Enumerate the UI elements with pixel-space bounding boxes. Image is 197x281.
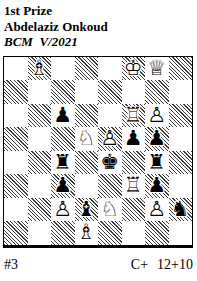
square-c8 <box>51 57 75 81</box>
square-f5: ♟ <box>122 127 146 151</box>
square-g7 <box>145 80 169 104</box>
glyph-outline: ♗ <box>28 57 52 81</box>
square-e8 <box>98 57 122 81</box>
square-g6: ♟♙ <box>145 104 169 128</box>
square-e1 <box>98 221 122 245</box>
source-line: BCM V/2021 <box>4 34 197 50</box>
piece-black-pawn: ♟ <box>145 174 169 198</box>
glyph-outline: ♘ <box>75 127 99 151</box>
piece-black-knight: ♞ <box>169 198 193 222</box>
square-e5: ♟♙ <box>98 127 122 151</box>
glyph-outline: ♖ <box>122 104 146 128</box>
square-c7 <box>51 80 75 104</box>
glyph-outline: ♔ <box>122 57 146 81</box>
square-f2 <box>122 198 146 222</box>
piece-black-pawn: ♟ <box>51 174 75 198</box>
piece-black-king: ♚ <box>98 151 122 175</box>
square-h6 <box>169 104 193 128</box>
square-b3 <box>28 174 52 198</box>
square-d8 <box>75 57 99 81</box>
glyph-outline: ♕ <box>145 57 169 81</box>
piece-white-pawn: ♟♙ <box>145 198 169 222</box>
piece-white-pawn: ♟♙ <box>51 198 75 222</box>
square-f7 <box>122 80 146 104</box>
square-a2 <box>4 198 28 222</box>
glyph-fill: ♟ <box>51 104 75 128</box>
glyph-outline: ♙ <box>51 198 75 222</box>
piece-black-pawn: ♟ <box>145 127 169 151</box>
prize-line: 1st Prize <box>4 3 197 19</box>
square-b2 <box>28 198 52 222</box>
glyph-fill: ♚ <box>98 151 122 175</box>
square-f8: ♚♔ <box>122 57 146 81</box>
square-g1 <box>145 221 169 245</box>
square-c4: ♜ <box>51 151 75 175</box>
square-f6: ♜♖ <box>122 104 146 128</box>
square-f4 <box>122 151 146 175</box>
piece-white-king: ♚♔ <box>122 57 146 81</box>
glyph-outline: ♙ <box>98 127 122 151</box>
square-d6 <box>75 104 99 128</box>
square-h4 <box>169 151 193 175</box>
square-e6 <box>98 104 122 128</box>
square-b1 <box>28 221 52 245</box>
problem-footer: #3 C+ 12+10 <box>3 257 193 273</box>
square-h3 <box>169 174 193 198</box>
piece-white-bishop: ♝♗ <box>75 221 99 245</box>
piece-white-pawn: ♟♙ <box>98 127 122 151</box>
square-b8: ♝♗ <box>28 57 52 81</box>
piece-black-pawn: ♟ <box>51 104 75 128</box>
piece-white-rook: ♜♖ <box>122 104 146 128</box>
square-e4: ♚ <box>98 151 122 175</box>
square-d4 <box>75 151 99 175</box>
piece-black-rook: ♜ <box>51 151 75 175</box>
square-f1 <box>122 221 146 245</box>
square-a5 <box>4 127 28 151</box>
square-g2: ♟♙ <box>145 198 169 222</box>
square-b6 <box>28 104 52 128</box>
square-c1 <box>51 221 75 245</box>
piece-white-rook: ♜♖ <box>122 174 146 198</box>
square-e3 <box>98 174 122 198</box>
square-c2: ♟♙ <box>51 198 75 222</box>
author-name: Abdelaziz Onkoud <box>4 19 197 35</box>
piece-white-queen: ♛♕ <box>145 57 169 81</box>
piece-black-bishop: ♝ <box>75 198 99 222</box>
glyph-fill: ♞ <box>169 198 193 222</box>
square-a1 <box>4 221 28 245</box>
square-c5 <box>51 127 75 151</box>
glyph-fill: ♜ <box>145 151 169 175</box>
material-count: 12+10 <box>157 257 193 273</box>
square-d7 <box>75 80 99 104</box>
glyph-outline: ♖ <box>122 174 146 198</box>
square-d5: ♞♘ <box>75 127 99 151</box>
square-h8 <box>169 57 193 81</box>
glyph-fill: ♟ <box>51 174 75 198</box>
square-d1: ♝♗ <box>75 221 99 245</box>
problem-diagram-page: 1st Prize Abdelaziz Onkoud BCM V/2021 ♝♗… <box>0 0 197 273</box>
square-b4 <box>28 151 52 175</box>
square-d2: ♝ <box>75 198 99 222</box>
piece-black-rook: ♜ <box>145 151 169 175</box>
square-h1 <box>169 221 193 245</box>
glyph-outline: ♗ <box>75 221 99 245</box>
piece-white-knight: ♞♘ <box>75 127 99 151</box>
square-e2: ♞♘ <box>98 198 122 222</box>
square-g5: ♟ <box>145 127 169 151</box>
glyph-fill: ♜ <box>51 151 75 175</box>
square-f3: ♜♖ <box>122 174 146 198</box>
square-h2: ♞ <box>169 198 193 222</box>
square-a3 <box>4 174 28 198</box>
square-a6 <box>4 104 28 128</box>
glyph-fill: ♟ <box>145 174 169 198</box>
problem-header: 1st Prize Abdelaziz Onkoud BCM V/2021 <box>4 3 197 50</box>
glyph-fill: ♝ <box>75 198 99 222</box>
piece-white-pawn: ♟♙ <box>145 104 169 128</box>
piece-white-knight: ♞♘ <box>98 198 122 222</box>
square-a8 <box>4 57 28 81</box>
piece-black-pawn: ♟ <box>122 127 146 151</box>
square-a4 <box>4 151 28 175</box>
square-b5 <box>28 127 52 151</box>
footer-right: C+ 12+10 <box>131 257 193 273</box>
glyph-outline: ♙ <box>145 104 169 128</box>
piece-white-bishop: ♝♗ <box>28 57 52 81</box>
square-e7 <box>98 80 122 104</box>
square-h5 <box>169 127 193 151</box>
square-h7 <box>169 80 193 104</box>
square-c3: ♟ <box>51 174 75 198</box>
square-g3: ♟ <box>145 174 169 198</box>
computer-tested-label: C+ <box>131 257 148 273</box>
chess-board: ♝♗♚♔♛♕♟♜♖♟♙♞♘♟♙♟♟♜♚♜♟♜♖♟♟♙♝♞♘♟♙♞♝♗ <box>3 56 193 248</box>
square-c6: ♟ <box>51 104 75 128</box>
glyph-fill: ♟ <box>145 127 169 151</box>
glyph-fill: ♟ <box>122 127 146 151</box>
square-d3 <box>75 174 99 198</box>
stipulation-label: #3 <box>4 257 18 273</box>
square-a7 <box>4 80 28 104</box>
glyph-outline: ♘ <box>98 198 122 222</box>
glyph-outline: ♙ <box>145 198 169 222</box>
square-g8: ♛♕ <box>145 57 169 81</box>
square-g4: ♜ <box>145 151 169 175</box>
square-b7 <box>28 80 52 104</box>
